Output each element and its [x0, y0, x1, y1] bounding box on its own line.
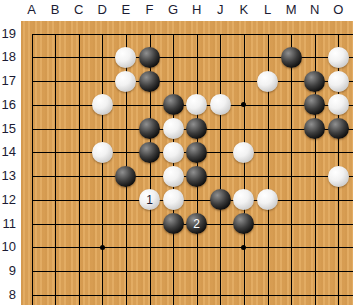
grid-line-horizontal-12 [32, 200, 353, 201]
row-label-11: 11 [0, 215, 16, 233]
column-label-J: J [211, 1, 229, 19]
star-point-K16 [241, 102, 246, 107]
row-label-13: 13 [0, 167, 16, 185]
row-label-15: 15 [0, 120, 16, 138]
stone-white-G12[interactable] [163, 189, 184, 210]
column-label-L: L [259, 1, 277, 19]
grid-line-horizontal-19 [32, 34, 353, 35]
column-label-N: N [306, 1, 324, 19]
grid-line-vertical-M [291, 34, 292, 305]
column-label-A: A [23, 1, 41, 19]
stone-black-K11[interactable] [233, 213, 254, 234]
grid-line-vertical-K [244, 34, 245, 305]
grid-line-horizontal-10 [32, 247, 353, 248]
row-label-19: 19 [0, 25, 16, 43]
stone-black-H13[interactable] [186, 166, 207, 187]
row-label-8: 8 [0, 286, 16, 304]
stone-black-F14[interactable] [139, 142, 160, 163]
stone-white-J16[interactable] [210, 94, 231, 115]
star-point-K10 [241, 245, 246, 250]
star-point-D10 [100, 245, 105, 250]
stone-black-F17[interactable] [139, 71, 160, 92]
stone-white-O16[interactable] [328, 94, 349, 115]
stone-black-N17[interactable] [304, 71, 325, 92]
stone-white-K14[interactable] [233, 142, 254, 163]
row-label-9: 9 [0, 262, 16, 280]
stone-white-L12[interactable] [257, 189, 278, 210]
stone-white-G14[interactable] [163, 142, 184, 163]
stone-white-H16[interactable] [186, 94, 207, 115]
stone-white-D16[interactable] [92, 94, 113, 115]
column-label-D: D [93, 1, 111, 19]
row-label-14: 14 [0, 143, 16, 161]
stone-black-F15[interactable] [139, 118, 160, 139]
column-label-C: C [70, 1, 88, 19]
stone-black-G16[interactable] [163, 94, 184, 115]
stone-white-G13[interactable] [163, 166, 184, 187]
stone-black-H14[interactable] [186, 142, 207, 163]
move-label-1: 1 [146, 193, 153, 207]
column-label-F: F [141, 1, 159, 19]
stone-white-E18[interactable] [115, 47, 136, 68]
grid-line-vertical-D [102, 34, 103, 305]
stone-black-N16[interactable] [304, 94, 325, 115]
stone-white-O18[interactable] [328, 47, 349, 68]
column-label-H: H [188, 1, 206, 19]
column-label-B: B [46, 1, 64, 19]
row-label-16: 16 [0, 96, 16, 114]
go-board[interactable]: 12 [21, 21, 353, 305]
stone-black-J12[interactable] [210, 189, 231, 210]
stone-black-M18[interactable] [281, 47, 302, 68]
stone-white-L17[interactable] [257, 71, 278, 92]
row-label-10: 10 [0, 238, 16, 256]
grid-line-vertical-A [32, 34, 33, 305]
row-label-12: 12 [0, 191, 16, 209]
stone-black-H15[interactable] [186, 118, 207, 139]
stone-white-D14[interactable] [92, 142, 113, 163]
stone-black-F18[interactable] [139, 47, 160, 68]
column-label-E: E [117, 1, 135, 19]
stone-black-N15[interactable] [304, 118, 325, 139]
go-game-view: 12 ABCDEFGHJKLMNO 1918171615141312111098 [0, 0, 353, 305]
stone-white-E17[interactable] [115, 71, 136, 92]
column-label-M: M [282, 1, 300, 19]
stone-black-H11[interactable]: 2 [186, 213, 207, 234]
stone-black-O15[interactable] [328, 118, 349, 139]
grid-line-horizontal-8 [32, 295, 353, 296]
grid-line-vertical-B [55, 34, 56, 305]
grid-line-horizontal-18 [32, 57, 353, 58]
row-label-18: 18 [0, 48, 16, 66]
move-label-2: 2 [193, 217, 200, 231]
column-label-G: G [164, 1, 182, 19]
stone-black-E13[interactable] [115, 166, 136, 187]
grid-line-horizontal-9 [32, 271, 353, 272]
stone-white-O17[interactable] [328, 71, 349, 92]
stone-black-G11[interactable] [163, 213, 184, 234]
stone-white-K12[interactable] [233, 189, 254, 210]
grid-line-vertical-J [220, 34, 221, 305]
column-label-K: K [235, 1, 253, 19]
stone-white-F12[interactable]: 1 [139, 189, 160, 210]
grid-line-vertical-C [79, 34, 80, 305]
column-label-O: O [329, 1, 347, 19]
row-label-17: 17 [0, 72, 16, 90]
stone-white-G15[interactable] [163, 118, 184, 139]
stone-white-O13[interactable] [328, 166, 349, 187]
